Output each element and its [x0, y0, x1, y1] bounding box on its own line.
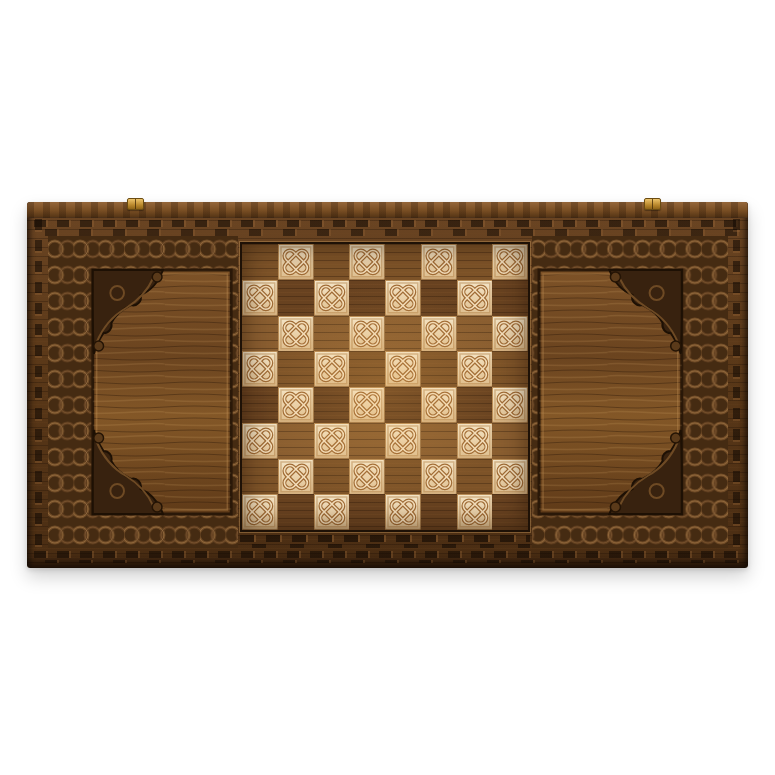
celtic-knot-icon: [492, 316, 528, 352]
celtic-knot-icon: [457, 351, 493, 387]
celtic-knot-icon: [278, 387, 314, 423]
right-hinge: [644, 198, 661, 210]
board-square[interactable]: [278, 351, 314, 387]
celtic-knot-icon: [278, 459, 314, 495]
board-square[interactable]: [385, 351, 421, 387]
board-square[interactable]: [385, 494, 421, 530]
board-square[interactable]: [421, 244, 457, 280]
celtic-knot-icon: [278, 316, 314, 352]
celtic-knot-icon: [278, 244, 314, 280]
board-square[interactable]: [242, 459, 278, 495]
board-square[interactable]: [421, 280, 457, 316]
board-square[interactable]: [421, 494, 457, 530]
celtic-knot-icon: [314, 280, 350, 316]
celtic-knot-icon: [421, 387, 457, 423]
board-square[interactable]: [457, 280, 493, 316]
board-square[interactable]: [421, 459, 457, 495]
celtic-knot-icon: [492, 459, 528, 495]
celtic-knot-icon: [385, 423, 421, 459]
board-square[interactable]: [278, 459, 314, 495]
celtic-knot-icon: [385, 280, 421, 316]
left-hinge: [127, 198, 144, 210]
celtic-knot-icon: [421, 459, 457, 495]
board-square[interactable]: [492, 280, 528, 316]
board-square[interactable]: [492, 387, 528, 423]
board-square[interactable]: [242, 423, 278, 459]
board-square[interactable]: [492, 351, 528, 387]
board-square[interactable]: [242, 387, 278, 423]
board-square[interactable]: [421, 316, 457, 352]
carved-dash-border-right: [730, 219, 743, 549]
knotwork-frame-ornament: [48, 236, 238, 548]
celtic-knot-icon: [492, 244, 528, 280]
board-square[interactable]: [421, 423, 457, 459]
photo-canvas: [0, 0, 775, 775]
board-square[interactable]: [242, 316, 278, 352]
board-square[interactable]: [349, 387, 385, 423]
board-square[interactable]: [457, 351, 493, 387]
celtic-knot-icon: [385, 351, 421, 387]
celtic-knot-icon: [314, 494, 350, 530]
celtic-knot-icon: [242, 280, 278, 316]
chessboard: [240, 242, 530, 532]
board-square[interactable]: [385, 244, 421, 280]
board-square[interactable]: [242, 280, 278, 316]
board-square[interactable]: [314, 494, 350, 530]
board-square[interactable]: [457, 244, 493, 280]
board-square[interactable]: [278, 316, 314, 352]
celtic-knot-icon: [349, 459, 385, 495]
board-square[interactable]: [349, 351, 385, 387]
board-square[interactable]: [278, 423, 314, 459]
board-square[interactable]: [457, 459, 493, 495]
board-square[interactable]: [492, 244, 528, 280]
board-square[interactable]: [349, 244, 385, 280]
carved-dash-border-under-chessboard: [240, 533, 530, 548]
celtic-knot-icon: [349, 244, 385, 280]
board-square[interactable]: [242, 494, 278, 530]
board-square[interactable]: [314, 423, 350, 459]
board-square[interactable]: [314, 459, 350, 495]
board-square[interactable]: [457, 423, 493, 459]
celtic-knot-icon: [457, 280, 493, 316]
board-square[interactable]: [385, 423, 421, 459]
celtic-knot-icon: [457, 423, 493, 459]
board-square[interactable]: [242, 244, 278, 280]
right-carved-panel: [532, 236, 728, 548]
board-square[interactable]: [492, 423, 528, 459]
board-square[interactable]: [385, 280, 421, 316]
board-square[interactable]: [492, 459, 528, 495]
board-square[interactable]: [457, 494, 493, 530]
board-square[interactable]: [314, 280, 350, 316]
celtic-knot-icon: [314, 423, 350, 459]
celtic-knot-icon: [421, 244, 457, 280]
celtic-knot-icon: [314, 351, 350, 387]
board-square[interactable]: [314, 351, 350, 387]
board-square[interactable]: [314, 387, 350, 423]
board-square[interactable]: [349, 459, 385, 495]
celtic-knot-icon: [385, 494, 421, 530]
celtic-knot-icon: [242, 351, 278, 387]
board-square[interactable]: [385, 316, 421, 352]
board-square[interactable]: [278, 387, 314, 423]
celtic-knot-icon: [349, 316, 385, 352]
board-square[interactable]: [385, 459, 421, 495]
board-square[interactable]: [457, 316, 493, 352]
board-square[interactable]: [421, 387, 457, 423]
board-square[interactable]: [492, 316, 528, 352]
board-case: [27, 202, 748, 568]
celtic-knot-icon: [457, 494, 493, 530]
board-square[interactable]: [492, 494, 528, 530]
board-square[interactable]: [278, 244, 314, 280]
board-square[interactable]: [314, 244, 350, 280]
board-square[interactable]: [278, 494, 314, 530]
board-square[interactable]: [349, 316, 385, 352]
carved-dash-border-left: [32, 219, 45, 549]
board-square[interactable]: [349, 280, 385, 316]
carved-dash-border-bottom: [34, 549, 741, 563]
board-square[interactable]: [349, 494, 385, 530]
carved-dash-border-top: [34, 218, 741, 238]
left-carved-panel: [48, 236, 238, 548]
celtic-knot-icon: [492, 387, 528, 423]
celtic-knot-icon: [242, 494, 278, 530]
celtic-knot-icon: [421, 316, 457, 352]
knotwork-frame-ornament: [532, 236, 728, 548]
board-square[interactable]: [349, 423, 385, 459]
board-square[interactable]: [385, 387, 421, 423]
celtic-knot-icon: [242, 423, 278, 459]
celtic-knot-icon: [349, 387, 385, 423]
board-square[interactable]: [457, 387, 493, 423]
board-square[interactable]: [314, 316, 350, 352]
board-square[interactable]: [278, 280, 314, 316]
board-square[interactable]: [421, 351, 457, 387]
board-square[interactable]: [242, 351, 278, 387]
